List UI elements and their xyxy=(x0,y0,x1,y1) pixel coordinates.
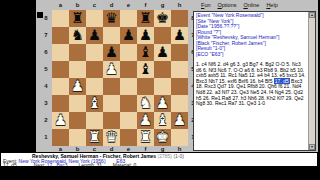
square-a2[interactable]: ♟ xyxy=(52,112,69,129)
square-h1[interactable] xyxy=(171,129,188,146)
square-f1[interactable]: ♜ xyxy=(137,129,154,146)
square-e3[interactable] xyxy=(120,95,137,112)
file-labels-top: abcdefgh xyxy=(52,1,188,9)
square-d1[interactable]: ♛ xyxy=(103,129,120,146)
square-b8[interactable]: ♜ xyxy=(69,10,86,27)
square-g4[interactable] xyxy=(154,78,171,95)
square-f7[interactable]: ♟ xyxy=(137,27,154,44)
white-knight-f3: ♞ xyxy=(137,95,154,112)
square-c3[interactable]: ♝ xyxy=(86,95,103,112)
menu-help[interactable]: Help xyxy=(266,2,277,8)
square-c2[interactable] xyxy=(86,112,103,129)
menu-fun[interactable]: Fun xyxy=(201,2,211,8)
square-a1[interactable] xyxy=(52,129,69,146)
black-bishop-f6: ♝ xyxy=(137,44,154,61)
square-b7[interactable]: ♞ xyxy=(69,27,86,44)
rank-label-4: 4 xyxy=(42,78,50,95)
square-f8[interactable]: ♜ xyxy=(137,10,154,27)
file-label-e: e xyxy=(120,1,137,9)
file-label-c: c xyxy=(86,1,103,9)
square-b3[interactable] xyxy=(69,95,86,112)
square-f5[interactable]: ♝ xyxy=(137,61,154,78)
square-c6[interactable] xyxy=(86,44,103,61)
scroll-down-icon[interactable]: ▼ xyxy=(309,144,315,150)
square-d4[interactable] xyxy=(103,78,120,95)
black-pawn-c7: ♟ xyxy=(86,27,103,44)
file-label-f: f xyxy=(137,1,154,9)
square-b1[interactable] xyxy=(69,129,86,146)
rank-label-3: 3 xyxy=(42,95,50,112)
menu-online[interactable]: Online xyxy=(243,2,259,8)
square-e8[interactable] xyxy=(120,10,137,27)
material-value: 0 xyxy=(133,162,136,167)
move-status-row: 17. d5 Next: 17...Bxc3 Length: 31 Materi… xyxy=(1,163,317,167)
menu-bar: FunOptionsOnlineHelp xyxy=(193,0,320,10)
square-e2[interactable] xyxy=(120,112,137,129)
square-a7[interactable] xyxy=(52,27,69,44)
square-g8[interactable]: ♚ xyxy=(154,10,171,27)
square-g7[interactable] xyxy=(154,27,171,44)
square-g3[interactable]: ♟ xyxy=(154,95,171,112)
black-pawn-h7: ♟ xyxy=(171,27,188,44)
square-c8[interactable] xyxy=(86,10,103,27)
square-d3[interactable] xyxy=(103,95,120,112)
square-h6[interactable] xyxy=(171,44,188,61)
screen: abcdefgh abcdefgh 87654321 87654321 ♜♛♜♚… xyxy=(0,0,320,180)
black-knight-b7: ♞ xyxy=(69,27,86,44)
white-pawn-h2: ♟ xyxy=(171,112,188,129)
square-f2[interactable]: ♟ xyxy=(137,112,154,129)
current-move-text: 17. d5 xyxy=(3,162,17,167)
white-bishop-c3: ♝ xyxy=(86,95,103,112)
square-d5[interactable]: ♟ xyxy=(103,61,120,78)
square-d2[interactable] xyxy=(103,112,120,129)
square-b2[interactable] xyxy=(69,112,86,129)
square-b6[interactable] xyxy=(69,44,86,61)
chess-app-window: abcdefgh abcdefgh 87654321 87654321 ♜♛♜♚… xyxy=(36,0,318,153)
length-label: Length: xyxy=(78,162,95,167)
square-b4[interactable]: ♟ xyxy=(69,78,86,95)
file-label-g: g xyxy=(154,1,171,9)
square-c4[interactable] xyxy=(86,78,103,95)
black-bishop-f5: ♝ xyxy=(137,61,154,78)
square-g2[interactable]: ♝ xyxy=(154,112,171,129)
file-label-a: a xyxy=(52,1,69,9)
square-a5[interactable] xyxy=(52,61,69,78)
square-h2[interactable]: ♟ xyxy=(171,112,188,129)
square-c5[interactable] xyxy=(86,61,103,78)
white-pawn-d5: ♟ xyxy=(103,61,120,78)
square-e7[interactable]: ♟ xyxy=(120,27,137,44)
square-h5[interactable] xyxy=(171,61,188,78)
rank-label-1: 1 xyxy=(42,129,50,146)
square-e5[interactable] xyxy=(120,61,137,78)
square-f6[interactable]: ♝ xyxy=(137,44,154,61)
square-h4[interactable] xyxy=(171,78,188,95)
scrollbar[interactable]: ▲ ▼ xyxy=(308,12,315,150)
pgn-move-list[interactable]: 1. c4 Nf6 2. d4 g6 3. g3 Bg7 4. Bg2 O-O … xyxy=(194,57,315,107)
rank-labels-left: 87654321 xyxy=(42,10,50,146)
square-c1[interactable]: ♜ xyxy=(86,129,103,146)
square-d8[interactable]: ♛ xyxy=(103,10,120,27)
square-e6[interactable] xyxy=(120,44,137,61)
rank-label-7: 7 xyxy=(42,27,50,44)
game-info-panel: Reshevsky, Samuel Herman - Fischer, Robe… xyxy=(0,152,318,167)
square-e1[interactable] xyxy=(120,129,137,146)
square-f4[interactable] xyxy=(137,78,154,95)
rank-label-5: 5 xyxy=(42,61,50,78)
square-h3[interactable] xyxy=(171,95,188,112)
square-h7[interactable]: ♟ xyxy=(171,27,188,44)
white-bishop-g2: ♝ xyxy=(154,112,171,129)
white-rook-f1: ♜ xyxy=(137,129,154,146)
white-pawn-f2: ♟ xyxy=(137,112,154,129)
square-a8[interactable] xyxy=(52,10,69,27)
square-a4[interactable] xyxy=(52,78,69,95)
square-f3[interactable]: ♞ xyxy=(137,95,154,112)
rank-label-6: 6 xyxy=(42,44,50,61)
black-rook-b8: ♜ xyxy=(69,10,86,27)
game-result: (1-0) xyxy=(173,153,184,159)
length-value: 31 xyxy=(96,162,102,167)
black-pawn-d6: ♟ xyxy=(103,44,120,61)
pgn-headers: [Event "New York Rosenwald"][Site "New Y… xyxy=(194,12,315,57)
next-label: Next: xyxy=(34,162,46,167)
white-rook-c1: ♜ xyxy=(86,129,103,146)
chess-board[interactable]: ♜♛♜♚♞♟♟♟♟♟♝♟♟♝♟♝♞♟♟♟♝♟♜♛♜♚ xyxy=(52,10,188,146)
scroll-up-icon[interactable]: ▲ xyxy=(309,12,315,18)
black-king-g8: ♚ xyxy=(154,10,171,27)
white-queen-d1: ♛ xyxy=(103,129,120,146)
file-label-h: h xyxy=(171,1,188,9)
square-b5[interactable] xyxy=(69,61,86,78)
square-d7[interactable] xyxy=(103,27,120,44)
square-g5[interactable] xyxy=(154,61,171,78)
square-d6[interactable]: ♟ xyxy=(103,44,120,61)
black-queen-d8: ♛ xyxy=(103,10,120,27)
material-label: Material: xyxy=(113,162,132,167)
white-pawn-a2: ♟ xyxy=(52,112,69,129)
white-pawn-b4: ♟ xyxy=(69,78,86,95)
black-rook-f8: ♜ xyxy=(137,10,154,27)
next-move-value: 17...Bxc3 xyxy=(47,162,68,167)
file-label-b: b xyxy=(69,1,86,9)
black-pawn-f7: ♟ xyxy=(137,27,154,44)
pgn-panel: [Event "New York Rosenwald"][Site "New Y… xyxy=(193,11,316,151)
square-g6[interactable]: ♟ xyxy=(154,44,171,61)
white-king-g1: ♚ xyxy=(154,129,171,146)
square-a3[interactable] xyxy=(52,95,69,112)
file-label-d: d xyxy=(103,1,120,9)
black-player-elo: (2785) xyxy=(158,153,172,159)
black-pawn-g6: ♟ xyxy=(154,44,171,61)
square-a6[interactable] xyxy=(52,44,69,61)
square-h8[interactable] xyxy=(171,10,188,27)
white-pawn-g3: ♟ xyxy=(154,95,171,112)
square-g1[interactable]: ♚ xyxy=(154,129,171,146)
black-pawn-e7: ♟ xyxy=(120,27,137,44)
rank-label-8: 8 xyxy=(42,10,50,27)
square-c7[interactable]: ♟ xyxy=(86,27,103,44)
rank-label-2: 2 xyxy=(42,112,50,129)
square-e4[interactable] xyxy=(120,78,137,95)
menu-options[interactable]: Options xyxy=(218,2,237,8)
